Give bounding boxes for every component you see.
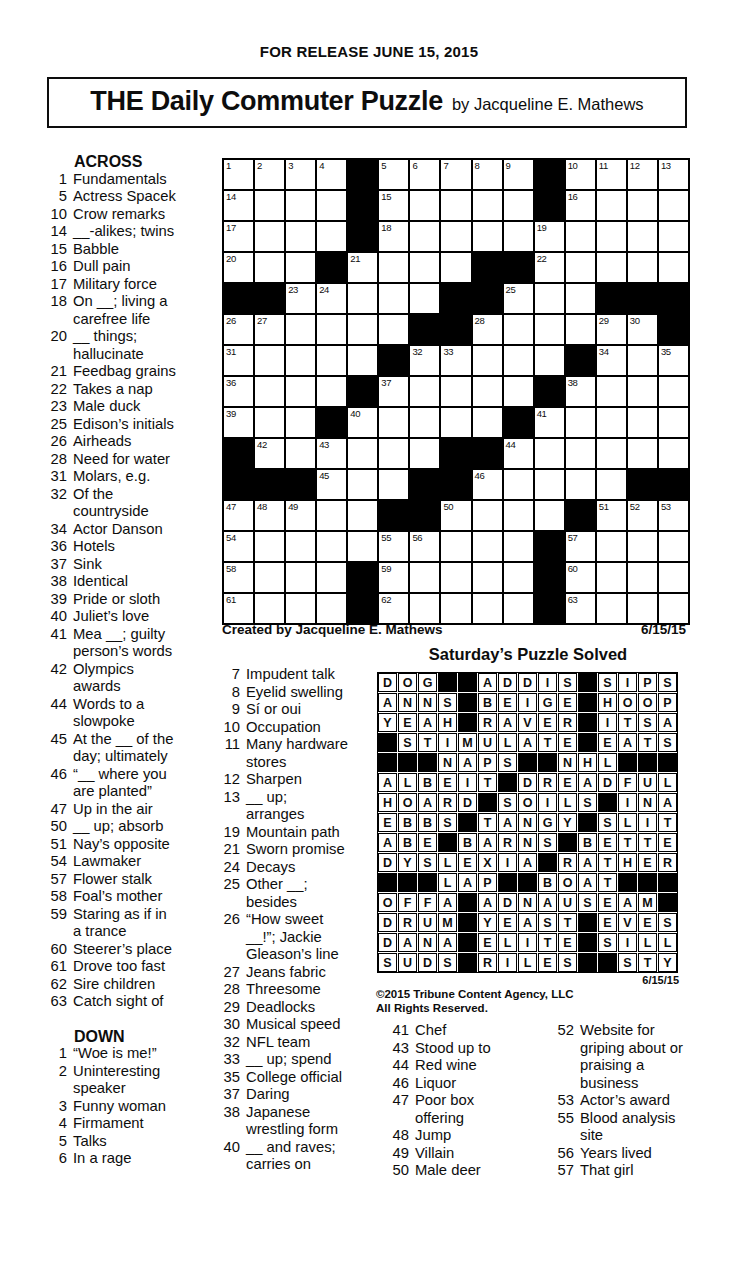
cell-number: 24 bbox=[319, 284, 329, 295]
cell-letter: G bbox=[543, 696, 553, 710]
grid-cell[interactable] bbox=[255, 346, 284, 375]
grid-cell[interactable]: 8 bbox=[473, 160, 502, 189]
clue-text: Drove too fast bbox=[73, 958, 217, 976]
grid-cell[interactable]: 48 bbox=[255, 501, 284, 530]
clue-number: 6 bbox=[33, 1150, 73, 1168]
grid-cell[interactable] bbox=[566, 470, 595, 499]
grid-cell[interactable]: 1 bbox=[224, 160, 253, 189]
solved-cell: E bbox=[498, 913, 517, 932]
grid-cell[interactable] bbox=[441, 377, 470, 406]
grid-cell[interactable]: 49 bbox=[286, 501, 315, 530]
clue-text: Actor’s award bbox=[580, 1092, 730, 1110]
grid-cell[interactable] bbox=[628, 439, 657, 468]
grid-cell[interactable] bbox=[473, 408, 502, 437]
grid-cell[interactable] bbox=[597, 563, 626, 592]
grid-cell[interactable] bbox=[410, 284, 439, 313]
grid-cell[interactable]: 39 bbox=[224, 408, 253, 437]
grid-cell[interactable]: 14 bbox=[224, 191, 253, 220]
solved-cell: L bbox=[638, 933, 657, 952]
grid-cell[interactable]: 59 bbox=[379, 563, 408, 592]
grid-cell[interactable] bbox=[286, 253, 315, 282]
grid-cell[interactable] bbox=[317, 594, 346, 623]
grid-cell[interactable] bbox=[628, 377, 657, 406]
black-cell bbox=[224, 470, 253, 499]
solved-cell: D bbox=[378, 853, 397, 872]
grid-cell[interactable] bbox=[379, 315, 408, 344]
grid-cell[interactable] bbox=[410, 408, 439, 437]
grid-cell[interactable] bbox=[473, 532, 502, 561]
title-box-inner: THE Daily Commuter Puzzle by Jacqueline … bbox=[90, 86, 643, 117]
cell-letter: B bbox=[543, 876, 552, 890]
grid-cell[interactable]: 32 bbox=[410, 346, 439, 375]
grid-cell[interactable] bbox=[597, 470, 626, 499]
solved-black-cell bbox=[458, 813, 477, 832]
grid-cell[interactable]: 46 bbox=[473, 470, 502, 499]
grid-cell[interactable] bbox=[379, 284, 408, 313]
cell-letter: D bbox=[503, 676, 512, 690]
grid-cell[interactable] bbox=[317, 191, 346, 220]
grid-cell[interactable] bbox=[379, 439, 408, 468]
solved-cell: A bbox=[438, 893, 457, 912]
grid-cell[interactable] bbox=[317, 315, 346, 344]
solved-cell: A bbox=[498, 713, 517, 732]
grid-cell[interactable]: 17 bbox=[224, 222, 253, 251]
grid-cell[interactable] bbox=[473, 563, 502, 592]
grid-cell[interactable]: 37 bbox=[379, 377, 408, 406]
cell-letter: I bbox=[506, 856, 509, 870]
grid-cell[interactable]: 36 bbox=[224, 377, 253, 406]
grid-cell[interactable]: 18 bbox=[379, 222, 408, 251]
clue-text: Molars, e.g. bbox=[73, 468, 217, 486]
grid-cell[interactable]: 50 bbox=[441, 501, 470, 530]
grid-cell[interactable]: 10 bbox=[566, 160, 595, 189]
grid-cell[interactable]: 24 bbox=[317, 284, 346, 313]
grid-cell[interactable]: 31 bbox=[224, 346, 253, 375]
solved-cell: A bbox=[418, 793, 437, 812]
grid-cell[interactable]: 52 bbox=[628, 501, 657, 530]
grid-cell[interactable] bbox=[473, 594, 502, 623]
clue-number: 23 bbox=[33, 398, 73, 416]
grid-cell[interactable]: 5 bbox=[379, 160, 408, 189]
grid-cell[interactable] bbox=[504, 191, 533, 220]
grid-cell[interactable]: 56 bbox=[410, 532, 439, 561]
cell-letter: A bbox=[583, 876, 592, 890]
grid-cell[interactable] bbox=[348, 532, 377, 561]
grid-cell[interactable]: 23 bbox=[286, 284, 315, 313]
clue-item: 24Decays bbox=[214, 859, 374, 877]
grid-cell[interactable] bbox=[659, 594, 688, 623]
grid-cell[interactable] bbox=[286, 563, 315, 592]
grid-cell[interactable] bbox=[379, 470, 408, 499]
grid-cell[interactable] bbox=[410, 439, 439, 468]
solved-cell: A bbox=[478, 833, 497, 852]
cell-letter: S bbox=[603, 676, 611, 690]
grid-cell[interactable]: 55 bbox=[379, 532, 408, 561]
grid-cell[interactable] bbox=[535, 346, 564, 375]
clue-item: 13__ up; arranges bbox=[214, 789, 374, 824]
grid-cell[interactable] bbox=[473, 501, 502, 530]
grid-cell[interactable]: 22 bbox=[535, 253, 564, 282]
grid-cell[interactable] bbox=[255, 594, 284, 623]
grid-cell[interactable] bbox=[659, 408, 688, 437]
grid-cell[interactable] bbox=[317, 532, 346, 561]
solved-cell: T bbox=[638, 733, 657, 752]
cell-letter: S bbox=[563, 956, 571, 970]
grid-cell[interactable]: 41 bbox=[535, 408, 564, 437]
grid-cell[interactable] bbox=[379, 408, 408, 437]
grid-cell[interactable] bbox=[566, 408, 595, 437]
grid-cell[interactable]: 45 bbox=[317, 470, 346, 499]
grid-cell[interactable] bbox=[566, 222, 595, 251]
grid-cell[interactable] bbox=[473, 222, 502, 251]
cell-number: 53 bbox=[661, 501, 671, 512]
grid-cell[interactable] bbox=[659, 222, 688, 251]
grid-cell[interactable]: 34 bbox=[597, 346, 626, 375]
grid-cell[interactable] bbox=[628, 408, 657, 437]
grid-cell[interactable] bbox=[504, 594, 533, 623]
grid-cell[interactable] bbox=[286, 408, 315, 437]
grid-cell[interactable] bbox=[535, 439, 564, 468]
grid-cell[interactable] bbox=[441, 408, 470, 437]
grid-cell[interactable] bbox=[410, 222, 439, 251]
grid-cell[interactable]: 26 bbox=[224, 315, 253, 344]
grid-cell[interactable] bbox=[348, 284, 377, 313]
grid-cell[interactable] bbox=[597, 439, 626, 468]
grid-cell[interactable] bbox=[504, 377, 533, 406]
grid-cell[interactable]: 11 bbox=[597, 160, 626, 189]
solved-cell: I bbox=[618, 793, 637, 812]
clue-text: Feedbag grains bbox=[73, 363, 217, 381]
grid-cell[interactable] bbox=[504, 532, 533, 561]
solved-cell: V bbox=[518, 713, 537, 732]
cell-letter: S bbox=[643, 716, 651, 730]
clue-item: 17Military force bbox=[33, 276, 217, 294]
grid-cell[interactable] bbox=[659, 377, 688, 406]
cell-letter: A bbox=[443, 936, 452, 950]
grid-cell[interactable] bbox=[659, 439, 688, 468]
grid-cell[interactable] bbox=[628, 222, 657, 251]
grid-cell[interactable]: 60 bbox=[566, 563, 595, 592]
grid-cell[interactable] bbox=[317, 563, 346, 592]
grid-cell[interactable] bbox=[628, 191, 657, 220]
grid-cell[interactable] bbox=[348, 501, 377, 530]
cell-letter: A bbox=[583, 856, 592, 870]
solved-black-cell bbox=[578, 673, 597, 692]
solved-cell: B bbox=[418, 813, 437, 832]
cell-letter: L bbox=[624, 816, 632, 830]
solved-cell: T bbox=[418, 733, 437, 752]
cell-letter: L bbox=[504, 936, 512, 950]
grid-cell[interactable] bbox=[348, 439, 377, 468]
solved-cell: L bbox=[398, 773, 417, 792]
clue-number: 21 bbox=[214, 841, 246, 859]
grid-cell[interactable] bbox=[286, 594, 315, 623]
grid-cell[interactable]: 3 bbox=[286, 160, 315, 189]
solved-black-cell bbox=[398, 873, 417, 892]
cell-letter: P bbox=[483, 756, 491, 770]
grid-cell[interactable]: 6 bbox=[410, 160, 439, 189]
grid-cell[interactable] bbox=[566, 439, 595, 468]
cell-letter: M bbox=[462, 736, 472, 750]
grid-cell[interactable]: 43 bbox=[317, 439, 346, 468]
cell-number: 30 bbox=[630, 315, 640, 326]
solved-cell: I bbox=[638, 813, 657, 832]
grid-cell[interactable] bbox=[317, 501, 346, 530]
grid-cell[interactable] bbox=[317, 346, 346, 375]
grid-cell[interactable]: 44 bbox=[504, 439, 533, 468]
black-cell bbox=[441, 470, 470, 499]
grid-cell[interactable] bbox=[566, 315, 595, 344]
grid-cell[interactable] bbox=[659, 191, 688, 220]
grid-cell[interactable] bbox=[441, 191, 470, 220]
grid-cell[interactable] bbox=[473, 346, 502, 375]
solved-cell: E bbox=[498, 693, 517, 712]
grid-cell[interactable] bbox=[286, 191, 315, 220]
grid-cell[interactable]: 38 bbox=[566, 377, 595, 406]
solved-black-cell bbox=[378, 873, 397, 892]
grid-cell[interactable] bbox=[628, 346, 657, 375]
grid-cell[interactable] bbox=[317, 222, 346, 251]
grid-cell[interactable]: 7 bbox=[441, 160, 470, 189]
grid-cell[interactable]: 33 bbox=[441, 346, 470, 375]
grid-cell[interactable]: 15 bbox=[379, 191, 408, 220]
grid-cell[interactable] bbox=[348, 315, 377, 344]
cell-letter: S bbox=[443, 816, 451, 830]
cell-letter: D bbox=[383, 856, 392, 870]
grid-cell[interactable] bbox=[597, 377, 626, 406]
cell-number: 14 bbox=[226, 191, 236, 202]
grid-cell[interactable] bbox=[348, 346, 377, 375]
solved-cell: I bbox=[518, 933, 537, 952]
cell-letter: T bbox=[604, 856, 612, 870]
cell-letter: I bbox=[626, 936, 629, 950]
grid-cell[interactable]: 61 bbox=[224, 594, 253, 623]
grid-cell[interactable] bbox=[504, 470, 533, 499]
grid-cell[interactable] bbox=[628, 563, 657, 592]
cell-letter: G bbox=[423, 676, 433, 690]
grid-cell[interactable] bbox=[535, 470, 564, 499]
grid-cell[interactable]: 20 bbox=[224, 253, 253, 282]
title-box: THE Daily Commuter Puzzle by Jacqueline … bbox=[47, 77, 687, 128]
grid-cell[interactable]: 58 bbox=[224, 563, 253, 592]
grid-cell[interactable] bbox=[286, 346, 315, 375]
grid-cell[interactable] bbox=[566, 253, 595, 282]
black-cell bbox=[286, 470, 315, 499]
grid-cell[interactable] bbox=[441, 222, 470, 251]
grid-cell[interactable] bbox=[286, 315, 315, 344]
solved-black-cell bbox=[438, 833, 457, 852]
grid-cell[interactable]: 57 bbox=[566, 532, 595, 561]
grid-cell[interactable]: 2 bbox=[255, 160, 284, 189]
solved-cell: I bbox=[458, 773, 477, 792]
grid-cell[interactable] bbox=[628, 532, 657, 561]
grid-cell[interactable] bbox=[410, 253, 439, 282]
grid-cell[interactable] bbox=[286, 222, 315, 251]
grid-cell[interactable] bbox=[410, 563, 439, 592]
grid-cell[interactable] bbox=[659, 563, 688, 592]
grid-cell[interactable] bbox=[441, 532, 470, 561]
grid-cell[interactable] bbox=[628, 253, 657, 282]
clue-number: 54 bbox=[33, 853, 73, 871]
clue-text: Sire children bbox=[73, 976, 217, 994]
grid-cell[interactable] bbox=[535, 501, 564, 530]
grid-cell[interactable]: 51 bbox=[597, 501, 626, 530]
grid-cell[interactable] bbox=[255, 222, 284, 251]
solved-black-cell bbox=[618, 873, 637, 892]
solved-cell: T bbox=[558, 913, 577, 932]
grid-cell[interactable]: 53 bbox=[659, 501, 688, 530]
cell-letter: M bbox=[642, 896, 652, 910]
grid-cell[interactable]: 29 bbox=[597, 315, 626, 344]
grid-cell[interactable]: 28 bbox=[473, 315, 502, 344]
grid-cell[interactable] bbox=[504, 315, 533, 344]
grid-cell[interactable] bbox=[255, 563, 284, 592]
grid-cell[interactable]: 47 bbox=[224, 501, 253, 530]
grid-cell[interactable] bbox=[597, 253, 626, 282]
grid-cell[interactable] bbox=[441, 594, 470, 623]
grid-cell[interactable] bbox=[286, 377, 315, 406]
cell-letter: N bbox=[523, 896, 532, 910]
clue-number: 16 bbox=[33, 258, 73, 276]
cell-letter: O bbox=[643, 696, 653, 710]
black-cell bbox=[441, 284, 470, 313]
grid-cell[interactable] bbox=[597, 222, 626, 251]
grid-cell[interactable] bbox=[255, 532, 284, 561]
grid-cell[interactable]: 21 bbox=[348, 253, 377, 282]
solved-cell: D bbox=[518, 773, 537, 792]
black-cell bbox=[224, 439, 253, 468]
grid-cell[interactable] bbox=[255, 253, 284, 282]
clue-number: 22 bbox=[33, 381, 73, 399]
cell-number: 50 bbox=[443, 501, 453, 512]
grid-cell[interactable] bbox=[286, 532, 315, 561]
solved-cell: E bbox=[558, 733, 577, 752]
solved-black-cell bbox=[578, 813, 597, 832]
cell-letter: H bbox=[603, 696, 612, 710]
clue-item: 55Blood analysis site bbox=[548, 1110, 730, 1145]
solved-cell: N bbox=[518, 833, 537, 852]
cell-letter: L bbox=[444, 876, 452, 890]
solved-cell: S bbox=[558, 673, 577, 692]
grid-cell[interactable] bbox=[255, 408, 284, 437]
clue-text: “__ where you are planted” bbox=[73, 766, 217, 801]
grid-cell[interactable]: 42 bbox=[255, 439, 284, 468]
clue-item: 51Nay’s opposite bbox=[33, 836, 217, 854]
cell-letter: O bbox=[563, 876, 573, 890]
clue-text: Juliet’s love bbox=[73, 608, 217, 626]
across-clue-list: 1Fundamentals5Actress Spacek10Crow remar… bbox=[33, 171, 217, 1011]
cell-letter: T bbox=[644, 736, 652, 750]
cell-letter: B bbox=[423, 776, 432, 790]
grid-cell[interactable]: 12 bbox=[628, 160, 657, 189]
grid-cell[interactable] bbox=[535, 315, 564, 344]
grid-cell[interactable] bbox=[597, 191, 626, 220]
grid-cell[interactable] bbox=[286, 439, 315, 468]
cell-number: 44 bbox=[506, 439, 516, 450]
grid-cell[interactable] bbox=[441, 253, 470, 282]
grid-cell[interactable]: 4 bbox=[317, 160, 346, 189]
grid-cell[interactable] bbox=[597, 532, 626, 561]
cell-letter: A bbox=[583, 776, 592, 790]
grid-cell[interactable] bbox=[566, 284, 595, 313]
solved-cell: Y bbox=[658, 953, 677, 972]
grid-cell[interactable]: 13 bbox=[659, 160, 688, 189]
grid-cell[interactable] bbox=[659, 532, 688, 561]
solved-cell: U bbox=[418, 913, 437, 932]
grid-cell[interactable] bbox=[597, 594, 626, 623]
grid-cell[interactable]: 25 bbox=[504, 284, 533, 313]
grid-cell[interactable] bbox=[659, 253, 688, 282]
clue-number: 56 bbox=[548, 1145, 580, 1163]
grid-cell[interactable]: 9 bbox=[504, 160, 533, 189]
clue-item: 16Dull pain bbox=[33, 258, 217, 276]
cell-letter: H bbox=[443, 716, 452, 730]
grid-cell[interactable] bbox=[597, 408, 626, 437]
grid-cell[interactable] bbox=[628, 594, 657, 623]
grid-cell[interactable] bbox=[504, 501, 533, 530]
cell-number: 29 bbox=[599, 315, 609, 326]
grid-cell[interactable] bbox=[504, 346, 533, 375]
grid-cell[interactable] bbox=[410, 377, 439, 406]
clue-item: 25Other __; besides bbox=[214, 876, 374, 911]
grid-cell[interactable] bbox=[504, 563, 533, 592]
cell-letter: N bbox=[643, 796, 652, 810]
grid-cell[interactable]: 19 bbox=[535, 222, 564, 251]
clue-item: 14__-alikes; twins bbox=[33, 223, 217, 241]
clue-text: __ things; hallucinate bbox=[73, 328, 217, 363]
black-cell bbox=[597, 284, 626, 313]
clue-number: 46 bbox=[383, 1075, 415, 1093]
grid-cell[interactable]: 40 bbox=[348, 408, 377, 437]
cell-letter: L bbox=[664, 776, 672, 790]
grid-cell[interactable] bbox=[379, 253, 408, 282]
cell-number: 5 bbox=[381, 160, 386, 171]
solved-cell: H bbox=[378, 793, 397, 812]
solved-cell: L bbox=[658, 933, 677, 952]
grid-cell[interactable] bbox=[317, 377, 346, 406]
grid-cell[interactable]: 63 bbox=[566, 594, 595, 623]
clue-item: 15Babble bbox=[33, 241, 217, 259]
grid-cell[interactable] bbox=[473, 191, 502, 220]
grid-cell[interactable] bbox=[535, 284, 564, 313]
grid-cell[interactable] bbox=[348, 470, 377, 499]
grid-cell[interactable] bbox=[255, 377, 284, 406]
grid-cell[interactable] bbox=[473, 377, 502, 406]
grid-cell[interactable]: 16 bbox=[566, 191, 595, 220]
grid-cell[interactable]: 27 bbox=[255, 315, 284, 344]
solved-cell: N bbox=[398, 693, 417, 712]
grid-cell[interactable] bbox=[410, 191, 439, 220]
clue-item: 61Drove too fast bbox=[33, 958, 217, 976]
clue-text: Sink bbox=[73, 556, 217, 574]
solved-cell: A bbox=[458, 873, 477, 892]
grid-cell[interactable]: 54 bbox=[224, 532, 253, 561]
grid-cell[interactable]: 35 bbox=[659, 346, 688, 375]
cell-letter: D bbox=[523, 776, 532, 790]
clue-item: 4Firmament bbox=[33, 1115, 217, 1133]
grid-cell[interactable] bbox=[504, 222, 533, 251]
grid-cell[interactable]: 30 bbox=[628, 315, 657, 344]
solved-black-cell bbox=[538, 853, 557, 872]
grid-cell[interactable]: 62 bbox=[379, 594, 408, 623]
clue-item: 29Deadlocks bbox=[214, 999, 374, 1017]
clue-text: At the __ of the day; ultimately bbox=[73, 731, 217, 766]
black-cell bbox=[535, 377, 564, 406]
cell-letter: S bbox=[603, 936, 611, 950]
grid-cell[interactable] bbox=[255, 191, 284, 220]
grid-cell[interactable] bbox=[410, 594, 439, 623]
grid-cell[interactable] bbox=[441, 563, 470, 592]
